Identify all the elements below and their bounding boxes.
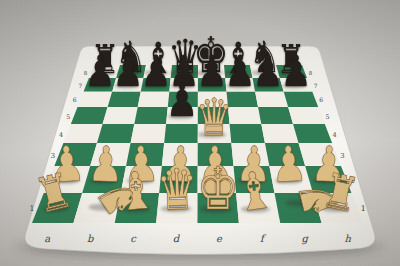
rook-glyph: ♜ [319,166,363,220]
rook-glyph: ♜ [31,166,77,221]
bishop-glyph: ♝ [233,164,278,220]
pawn-glyph: ♟ [280,49,312,92]
piece-white-rook-h1[interactable]: ♜ [315,165,367,221]
photo-stage: abcdefgh1122334455667788 ♜♞♝♛♚♝♞♜♟♟♟♟♟♟♟… [0,0,400,266]
pieces-layer: ♜♞♝♛♚♝♞♜♟♟♟♟♟♟♟♟♟♛♟♟♟♟♟♟♟♟♜♞♝♛♚♝♞♜ [0,0,400,266]
piece-white-bishop-f1[interactable]: ♝ [228,163,281,220]
piece-black-pawn-h7[interactable]: ♟ [276,49,315,92]
